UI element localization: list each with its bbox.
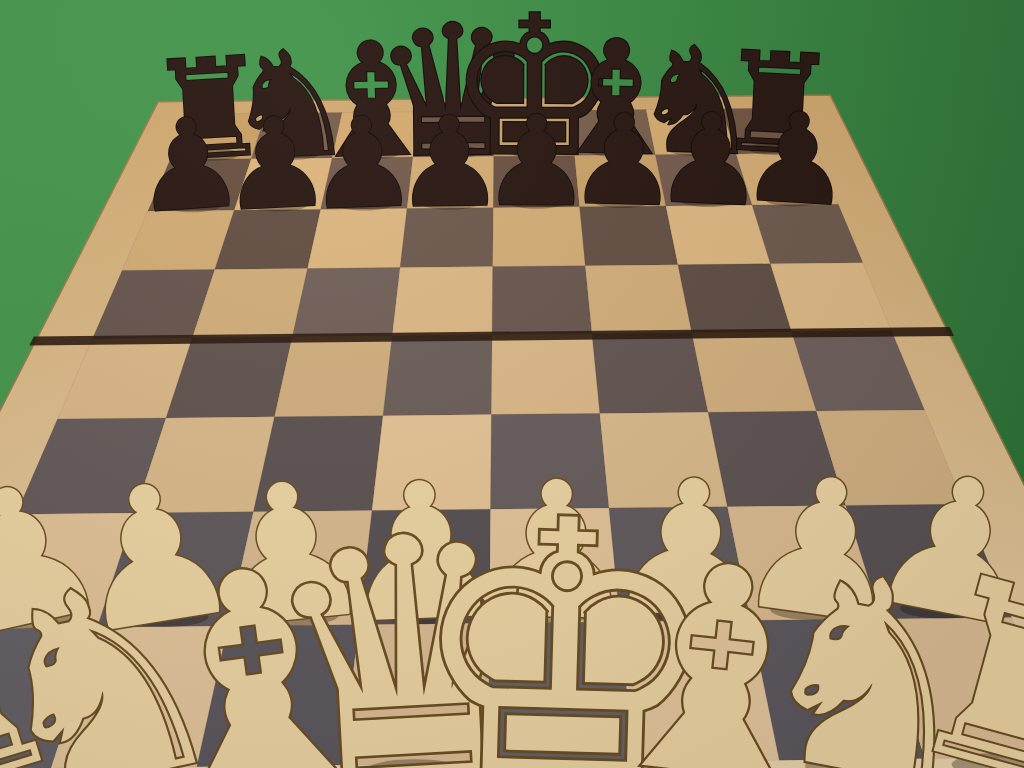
square-f5[interactable] (585, 265, 692, 334)
square-e5[interactable] (492, 266, 592, 335)
chessboard-photo-scene: ♜♞♝♛♚♝♞♜♟♟♟♟♟♟♟♟♟♟♟♟♟♟♟♟♜♞♝♛♚♝♞♜ (0, 0, 1024, 768)
square-c4[interactable] (275, 336, 393, 417)
chess-board: ♜♞♝♛♚♝♞♜♟♟♟♟♟♟♟♟♟♟♟♟♟♟♟♟♜♞♝♛♚♝♞♜ (0, 0, 1024, 768)
square-d4[interactable] (383, 335, 492, 416)
square-f4[interactable] (592, 333, 708, 414)
square-e4[interactable] (491, 334, 599, 415)
square-c5[interactable] (292, 268, 400, 337)
square-d5[interactable] (392, 267, 493, 336)
piece-black-pawn-h7[interactable]: ♟ (737, 83, 857, 235)
